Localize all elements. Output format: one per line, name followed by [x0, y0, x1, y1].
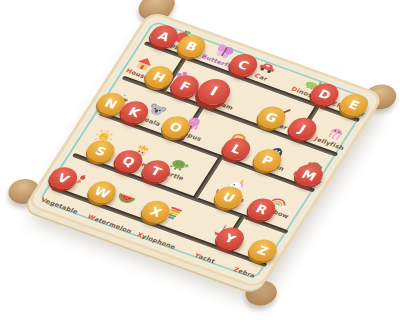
knob-letter: F [178, 80, 193, 93]
knob-letter: W [92, 185, 112, 200]
word-initial: Y [193, 252, 201, 259]
maze-area: AppleButterflyCarDinosaurElephantABCDEHo… [29, 13, 381, 287]
photo-background: AppleButterflyCarDinosaurElephantABCDEHo… [0, 0, 400, 336]
board-face: AppleButterflyCarDinosaurElephantABCDEHo… [25, 10, 385, 290]
word-initial: B [200, 53, 208, 60]
knob-letter: H [151, 70, 168, 84]
word-initial: D [290, 86, 299, 94]
knob-letter: P [260, 154, 275, 167]
knob-letter: V [56, 172, 72, 185]
knob-letter: E [347, 99, 362, 112]
knob-letter: O [168, 120, 185, 134]
alphabet-maze-board: AppleButterflyCarDinosaurElephantABCDEHo… [25, 10, 385, 290]
word-initial: J [313, 136, 319, 143]
knob-letter: M [300, 168, 318, 182]
knob-letter: A [156, 30, 172, 43]
knob-letter: Z [255, 244, 270, 257]
word-initial: V [40, 197, 48, 204]
knob-letter: D [316, 88, 332, 102]
word-initial: C [253, 72, 261, 79]
knob-letter: T [149, 165, 164, 178]
knob-letter: X [148, 205, 164, 218]
knob-letter: Q [120, 154, 137, 168]
word-initial: W [86, 213, 96, 221]
knob-letter: G [263, 111, 279, 125]
knob-letter: N [103, 97, 120, 111]
knob-letter: L [229, 143, 243, 156]
word-initial: X [136, 231, 145, 238]
knob-letter: C [236, 58, 251, 71]
knob-letter: J [297, 123, 308, 135]
word-initial: Z [232, 266, 240, 273]
knob-letter: R [254, 203, 270, 216]
knob-letter: I [208, 85, 220, 98]
word-initial: H [125, 67, 134, 75]
knob-letter: K [127, 105, 143, 118]
knob-letter: Y [223, 232, 238, 245]
knob-letter: S [93, 145, 108, 158]
knob-letter: U [221, 191, 237, 205]
knob-letter: B [184, 40, 200, 53]
